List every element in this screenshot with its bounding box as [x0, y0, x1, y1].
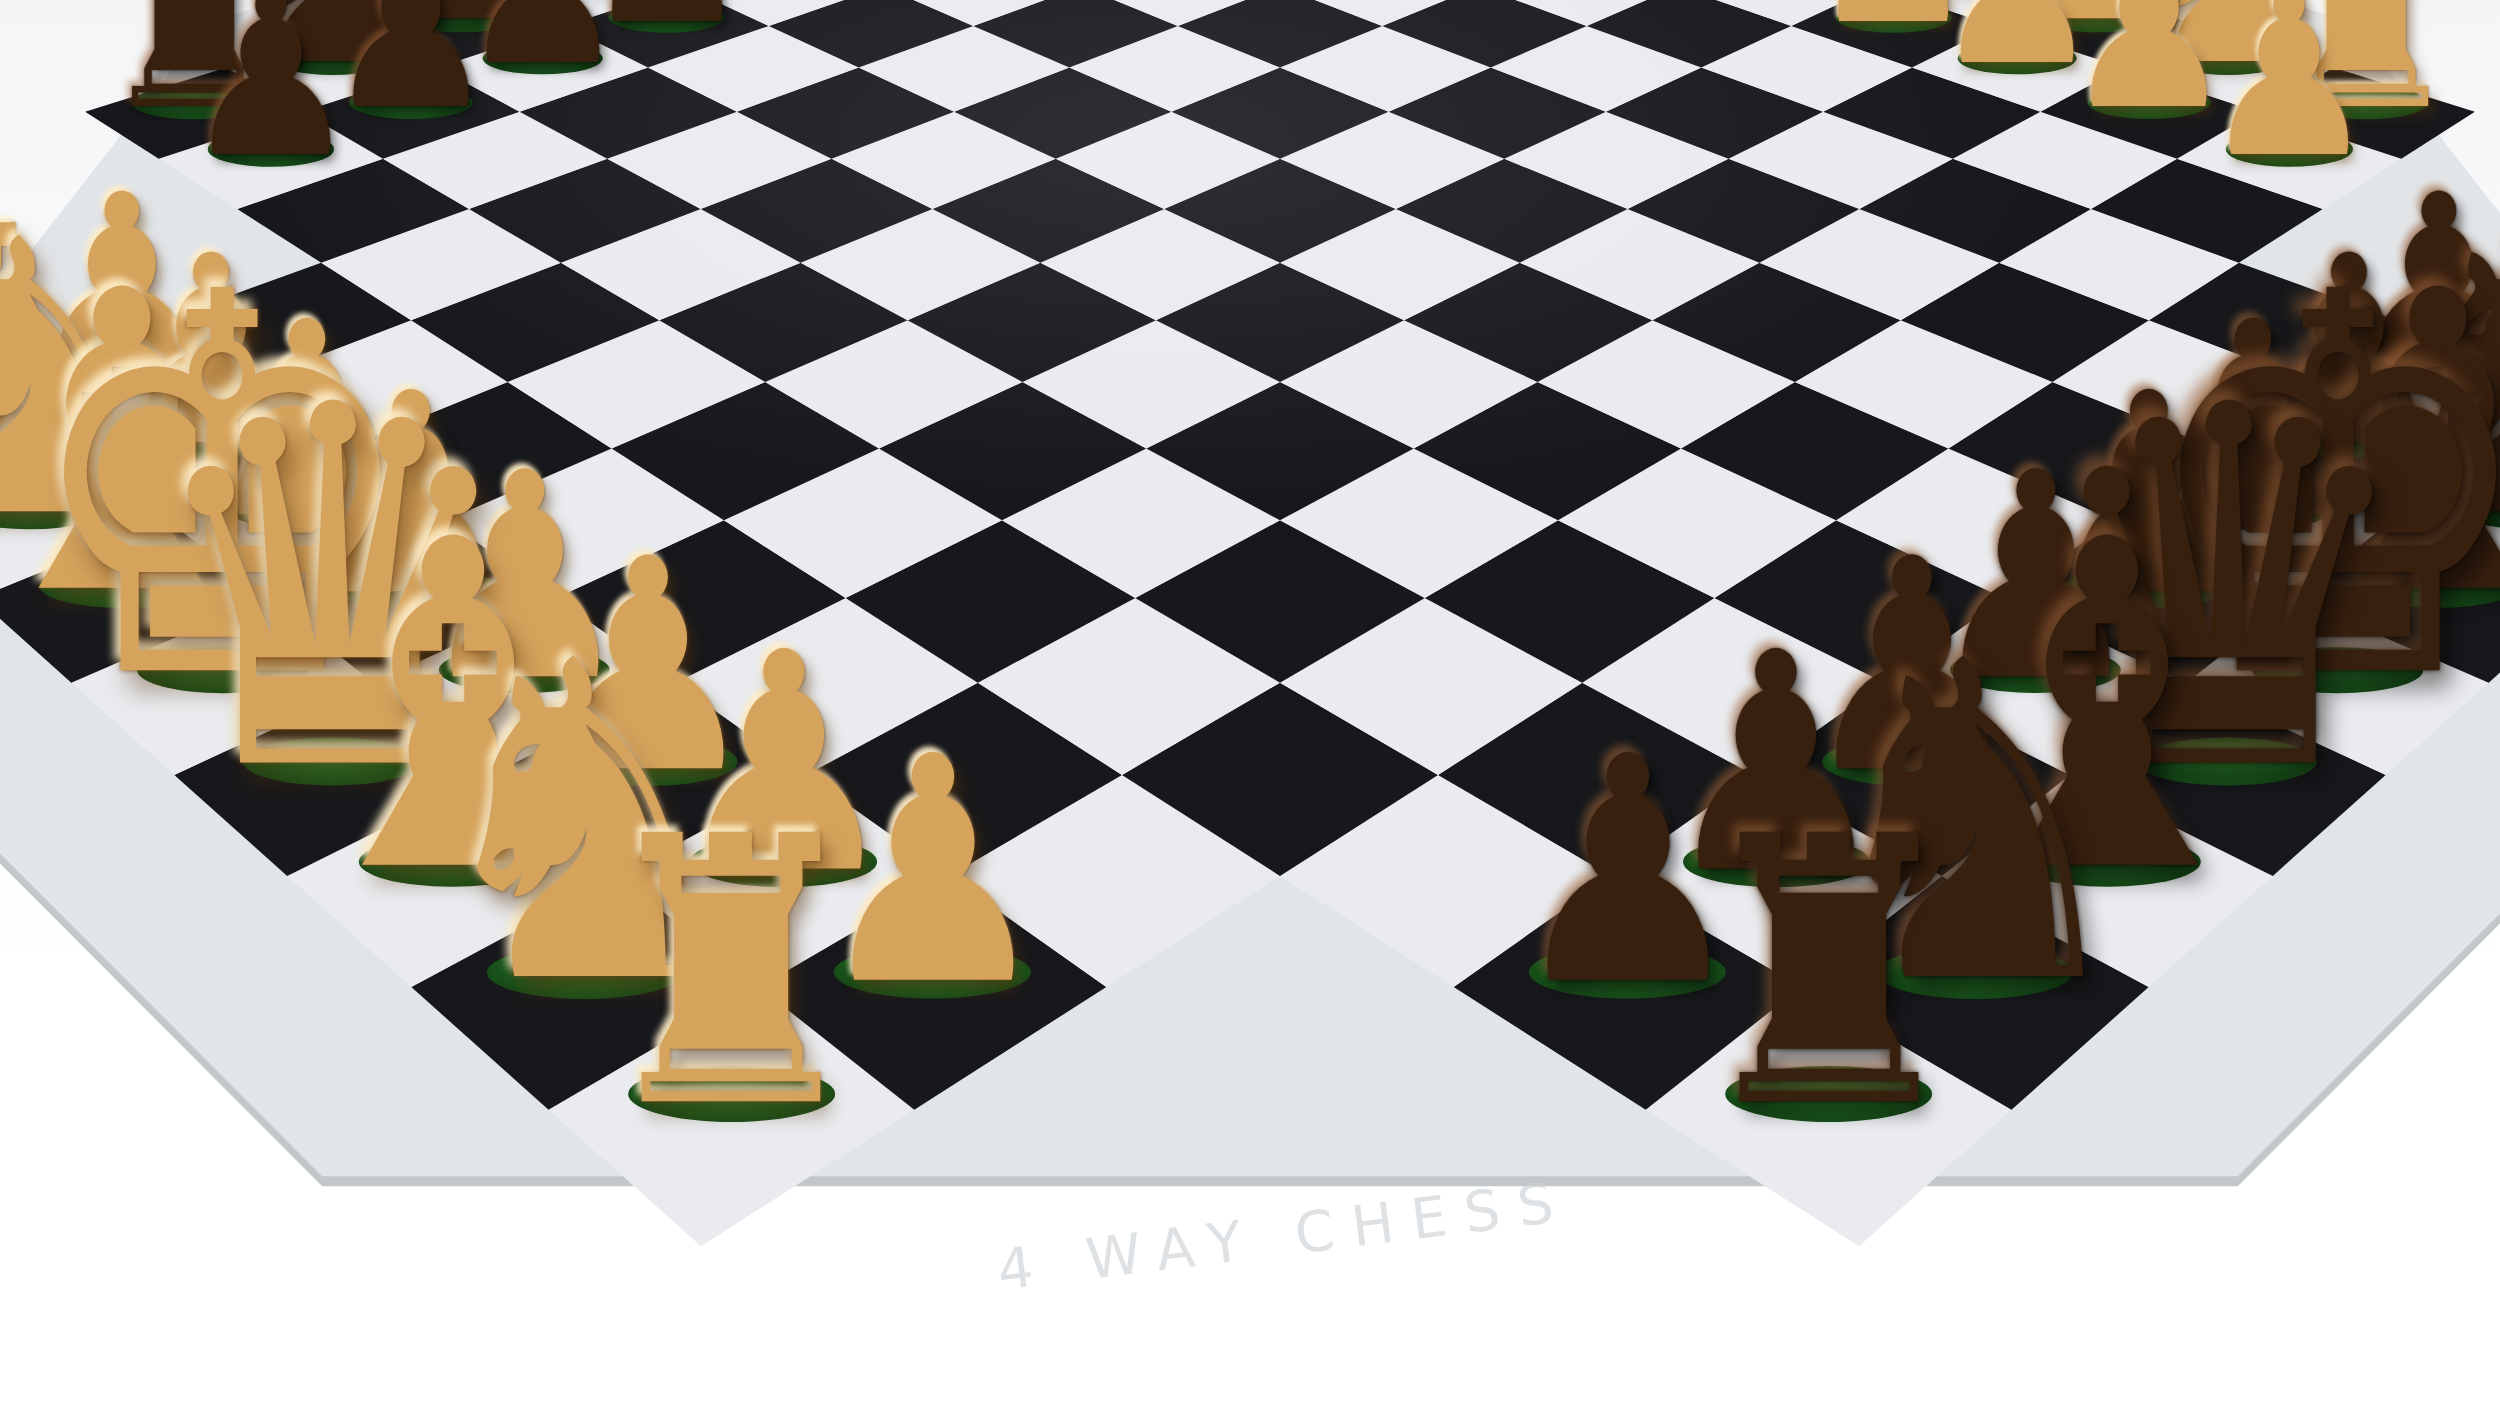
rook-glyph: ♜ [1686, 789, 1970, 1158]
piece-south-rook-d1[interactable]: ♜ [1663, 789, 1994, 1110]
piece-west-rook-a4[interactable]: ♜ [566, 789, 897, 1110]
rook-glyph: ♜ [589, 789, 873, 1158]
piece-east-pawn-m4[interactable]: ♟ [2186, 0, 2391, 159]
piece-north-pawn-d13[interactable]: ♟ [168, 0, 373, 159]
four-player-chess-photo: 4 WAY CHESS ♜♜♞♟♞♟♝♟♝♟♛♟♛♟♚♟♚♟♝♟♝♟♞♟♞♟♜♟… [0, 0, 2500, 1406]
pieces-layer: ♜♜♞♟♞♟♝♟♝♟♛♟♛♟♚♟♚♟♝♟♝♟♞♟♞♟♜♟♜♟♟♟♟♟♜♟♜♟♞♞… [0, 0, 2500, 1406]
